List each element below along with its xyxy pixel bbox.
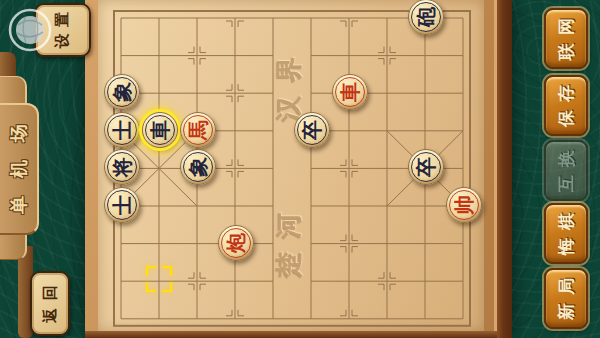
last-move-origin-marker: [146, 266, 172, 292]
rotated-char: 联: [554, 43, 579, 60]
piece-red-帅[interactable]: 帅: [446, 187, 482, 223]
rotated-char: 设: [52, 33, 73, 48]
rotated-char: 棋: [554, 213, 579, 230]
rotated-char: 回: [39, 285, 62, 300]
rotated-char: 场: [1, 124, 37, 142]
rotated-char: 界: [270, 57, 309, 83]
piece-glyph: 将: [105, 150, 139, 184]
piece-red-炮[interactable]: 炮: [218, 225, 254, 261]
piece-glyph: 卒: [409, 150, 443, 184]
piece-glyph: 車: [143, 113, 177, 147]
sidebar-tab-lobby[interactable]: 场机单: [0, 76, 27, 260]
piece-glyph: 帅: [447, 188, 481, 222]
rotated-char: 存: [554, 85, 579, 102]
game-screen: 界汉 河楚 砲車象士車馬卒将象卒士帅炮 场机单 置设 回返 网联存保换互棋悔局新: [0, 0, 600, 338]
rotated-char: 河: [270, 213, 309, 239]
piece-black-車[interactable]: 車: [142, 112, 178, 148]
piece-glyph: 象: [181, 150, 215, 184]
rotated-char: 互: [554, 175, 579, 192]
piece-red-車[interactable]: 車: [332, 74, 368, 110]
rotated-char: 局: [554, 278, 579, 295]
swap-button[interactable]: 换互: [544, 140, 588, 201]
piece-black-卒[interactable]: 卒: [408, 149, 444, 185]
globe-icon: [8, 8, 52, 52]
rotated-char: 机: [1, 160, 37, 178]
piece-glyph: 士: [105, 113, 139, 147]
rotated-char: 单: [1, 196, 37, 214]
sidebar-tab-label: 场机单: [0, 103, 39, 235]
rotated-char: 返: [39, 308, 62, 323]
rotated-char: 网: [554, 18, 579, 35]
piece-glyph: 砲: [409, 0, 443, 34]
piece-glyph: 馬: [181, 113, 215, 147]
piece-glyph: 炮: [219, 226, 253, 260]
piece-black-将[interactable]: 将: [104, 149, 140, 185]
new-game-button[interactable]: 局新: [544, 268, 588, 329]
back-button[interactable]: 回返: [30, 271, 70, 336]
marker-corner: [162, 266, 172, 276]
xiangqi-board: 界汉 河楚 砲車象士車馬卒将象卒士帅炮: [85, 0, 512, 338]
rotated-char: 换: [554, 150, 579, 167]
piece-glyph: 卒: [295, 113, 329, 147]
rotated-char: 保: [554, 110, 579, 127]
online-button[interactable]: 网联: [544, 8, 588, 69]
piece-black-象[interactable]: 象: [104, 74, 140, 110]
piece-black-士[interactable]: 士: [104, 187, 140, 223]
rotated-char: 悔: [554, 238, 579, 255]
piece-glyph: 車: [333, 75, 367, 109]
piece-black-象[interactable]: 象: [180, 149, 216, 185]
rotated-char: 置: [52, 12, 73, 27]
river-label-chuhe: 河楚: [269, 206, 309, 284]
piece-black-卒[interactable]: 卒: [294, 112, 330, 148]
marker-corner: [146, 266, 156, 276]
save-button[interactable]: 存保: [544, 75, 588, 136]
piece-black-砲[interactable]: 砲: [408, 0, 444, 35]
marker-corner: [146, 282, 156, 292]
marker-corner: [162, 282, 172, 292]
piece-glyph: 士: [105, 188, 139, 222]
rotated-char: 楚: [270, 252, 309, 278]
rotated-char: 新: [554, 303, 579, 320]
piece-black-士[interactable]: 士: [104, 112, 140, 148]
piece-red-馬[interactable]: 馬: [180, 112, 216, 148]
piece-glyph: 象: [105, 75, 139, 109]
undo-button[interactable]: 棋悔: [544, 203, 588, 264]
